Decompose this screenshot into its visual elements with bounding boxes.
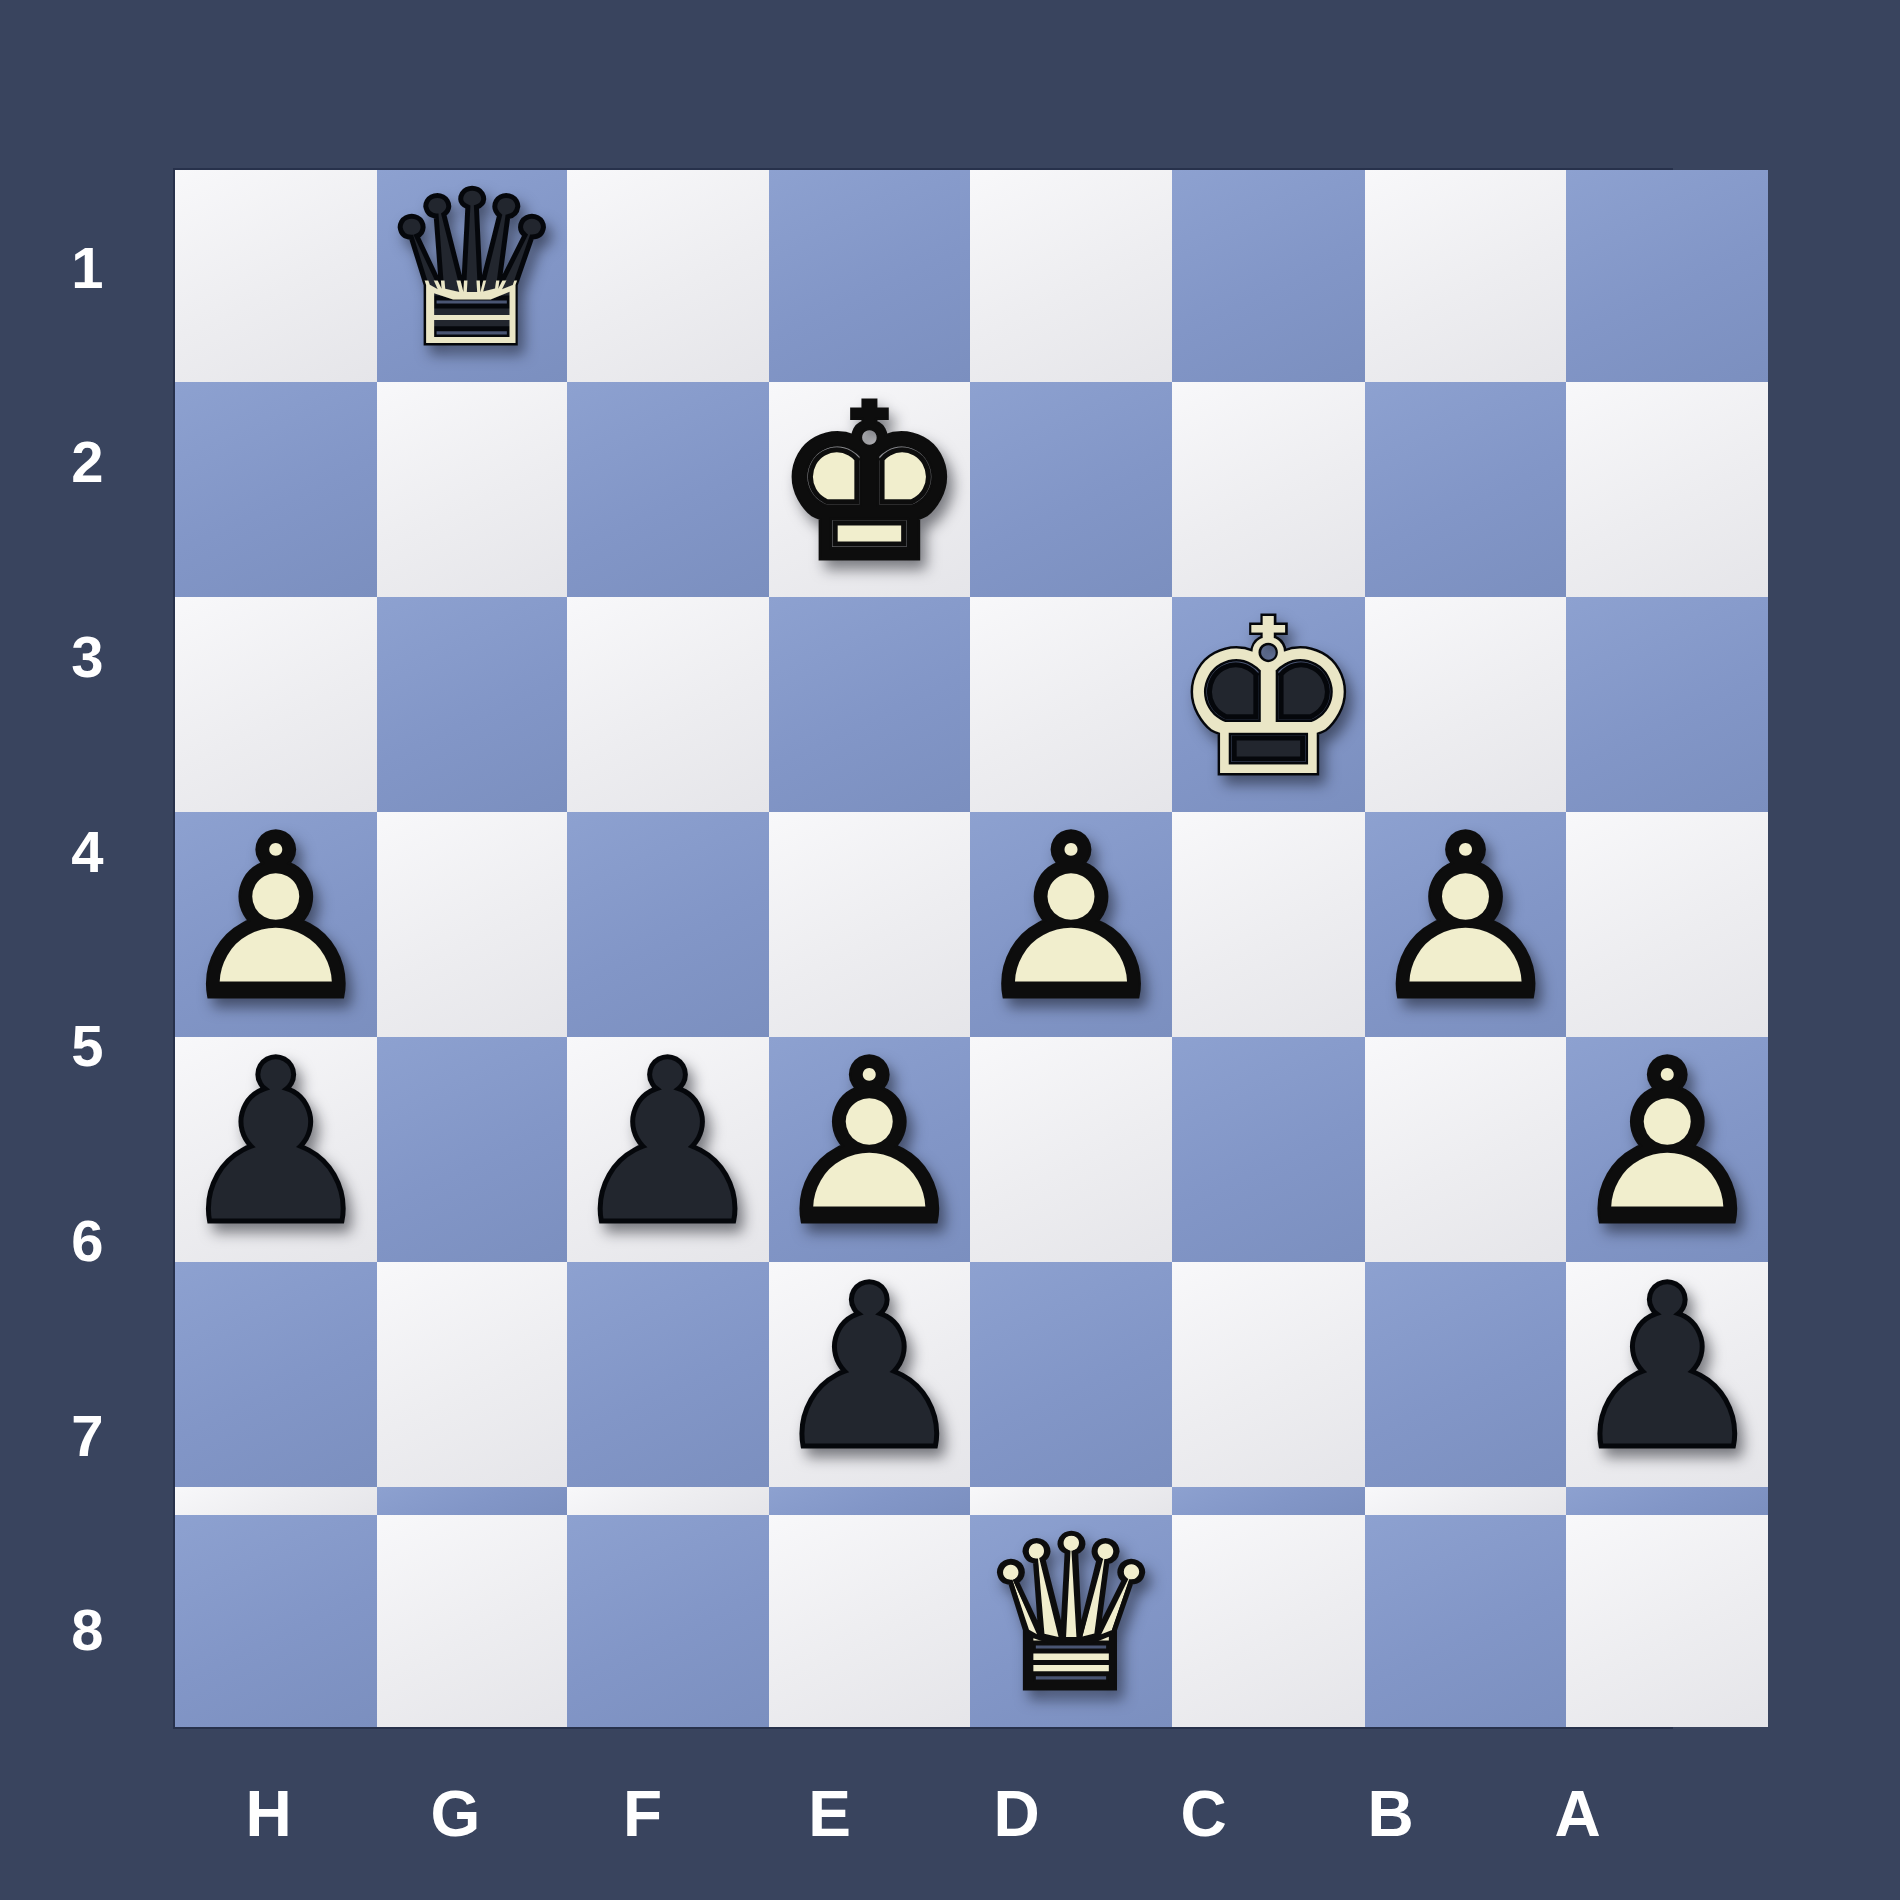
square-e7[interactable]	[769, 1487, 971, 1515]
square-d5[interactable]	[970, 1037, 1172, 1262]
square-a6[interactable]: ♟	[1566, 1262, 1768, 1487]
file-label-g: G	[362, 1727, 549, 1900]
square-e5[interactable]: ♟♙	[769, 1037, 971, 1262]
square-c8[interactable]	[1172, 1515, 1365, 1727]
square-h8[interactable]	[175, 1515, 377, 1727]
square-d6[interactable]	[970, 1262, 1172, 1487]
square-h7[interactable]	[175, 1487, 377, 1515]
square-a3[interactable]	[1566, 597, 1768, 812]
square-f5[interactable]: ♟	[567, 1037, 769, 1262]
square-g5[interactable]	[377, 1037, 567, 1262]
square-a8[interactable]	[1566, 1515, 1768, 1727]
file-label-f: F	[549, 1727, 736, 1900]
square-g3[interactable]	[377, 597, 567, 812]
rank-label-8: 8	[0, 1532, 175, 1727]
square-d8[interactable]: ♛♕	[970, 1515, 1172, 1727]
rank-label-2: 2	[0, 365, 175, 560]
square-f1[interactable]	[567, 170, 769, 382]
black-king: ♚♔	[1172, 591, 1365, 806]
square-h4[interactable]: ♟♙	[175, 812, 377, 1037]
white-pawn: ♟♙	[1566, 1031, 1768, 1256]
square-e8[interactable]	[769, 1515, 971, 1727]
white-king: ♚♔	[773, 376, 966, 591]
square-f4[interactable]	[567, 812, 769, 1037]
black-pawn: ♟	[567, 1031, 769, 1256]
square-e2[interactable]: ♚♔	[769, 382, 971, 597]
square-c1[interactable]	[1172, 170, 1365, 382]
square-g4[interactable]	[377, 812, 567, 1037]
square-c5[interactable]	[1172, 1037, 1365, 1262]
square-e4[interactable]	[769, 812, 971, 1037]
file-label-h: H	[175, 1727, 362, 1900]
square-h3[interactable]	[175, 597, 377, 812]
square-f7[interactable]	[567, 1487, 769, 1515]
square-a7[interactable]	[1566, 1487, 1768, 1515]
rank-label-7: 7	[0, 1338, 175, 1533]
square-f8[interactable]	[567, 1515, 769, 1727]
square-b3[interactable]	[1365, 597, 1567, 812]
square-d1[interactable]	[970, 170, 1172, 382]
square-c6[interactable]	[1172, 1262, 1365, 1487]
square-g8[interactable]	[377, 1515, 567, 1727]
square-c4[interactable]	[1172, 812, 1365, 1037]
square-h2[interactable]	[175, 382, 377, 597]
square-c2[interactable]	[1172, 382, 1365, 597]
square-d3[interactable]	[970, 597, 1172, 812]
rank-labels: 12345678	[0, 170, 175, 1727]
rank-label-4: 4	[0, 754, 175, 949]
file-label-a: A	[1484, 1727, 1671, 1900]
file-label-b: B	[1297, 1727, 1484, 1900]
square-h1[interactable]	[175, 170, 377, 382]
square-a1[interactable]	[1566, 170, 1768, 382]
square-e6[interactable]: ♟	[769, 1262, 971, 1487]
file-label-e: E	[736, 1727, 923, 1900]
square-a5[interactable]: ♟♙	[1566, 1037, 1768, 1262]
square-a4[interactable]	[1566, 812, 1768, 1037]
square-h5[interactable]: ♟	[175, 1037, 377, 1262]
white-pawn: ♟♙	[1365, 806, 1567, 1031]
square-h6[interactable]	[175, 1262, 377, 1487]
file-label-c: C	[1110, 1727, 1297, 1900]
square-d4[interactable]: ♟♙	[970, 812, 1172, 1037]
square-e1[interactable]	[769, 170, 971, 382]
file-label-d: D	[923, 1727, 1110, 1900]
square-d2[interactable]	[970, 382, 1172, 597]
square-f3[interactable]	[567, 597, 769, 812]
black-pawn: ♟	[175, 1031, 377, 1256]
rank-label-3: 3	[0, 559, 175, 754]
rank-label-6: 6	[0, 1143, 175, 1338]
square-g2[interactable]	[377, 382, 567, 597]
square-a2[interactable]	[1566, 382, 1768, 597]
square-b4[interactable]: ♟♙	[1365, 812, 1567, 1037]
square-b6[interactable]	[1365, 1262, 1567, 1487]
chess-board: ♛♕♚♔♚♔♟♙♟♙♟♙♟♟♟♙♟♙♟♟♛♕	[175, 170, 1671, 1727]
rank-label-1: 1	[0, 170, 175, 365]
square-f2[interactable]	[567, 382, 769, 597]
square-b7[interactable]	[1365, 1487, 1567, 1515]
square-f6[interactable]	[567, 1262, 769, 1487]
square-c7[interactable]	[1172, 1487, 1365, 1515]
square-b8[interactable]	[1365, 1515, 1567, 1727]
file-labels: HGFEDCBA	[175, 1727, 1671, 1900]
white-pawn: ♟♙	[970, 806, 1172, 1031]
square-b1[interactable]	[1365, 170, 1567, 382]
square-b2[interactable]	[1365, 382, 1567, 597]
rank-label-5: 5	[0, 949, 175, 1144]
square-g6[interactable]	[377, 1262, 567, 1487]
white-pawn: ♟♙	[175, 806, 377, 1031]
white-queen: ♛♕	[976, 1509, 1166, 1721]
white-pawn: ♟♙	[769, 1031, 971, 1256]
square-e3[interactable]	[769, 597, 971, 812]
black-queen: ♛♕	[377, 164, 567, 376]
square-b5[interactable]	[1365, 1037, 1567, 1262]
black-pawn: ♟	[769, 1256, 971, 1481]
square-g1[interactable]: ♛♕	[377, 170, 567, 382]
black-pawn: ♟	[1566, 1256, 1768, 1481]
chess-diagram: 12345678 ♛♕♚♔♚♔♟♙♟♙♟♙♟♟♟♙♟♙♟♟♛♕ HGFEDCBA	[0, 0, 1900, 1900]
square-g7[interactable]	[377, 1487, 567, 1515]
square-c3[interactable]: ♚♔	[1172, 597, 1365, 812]
